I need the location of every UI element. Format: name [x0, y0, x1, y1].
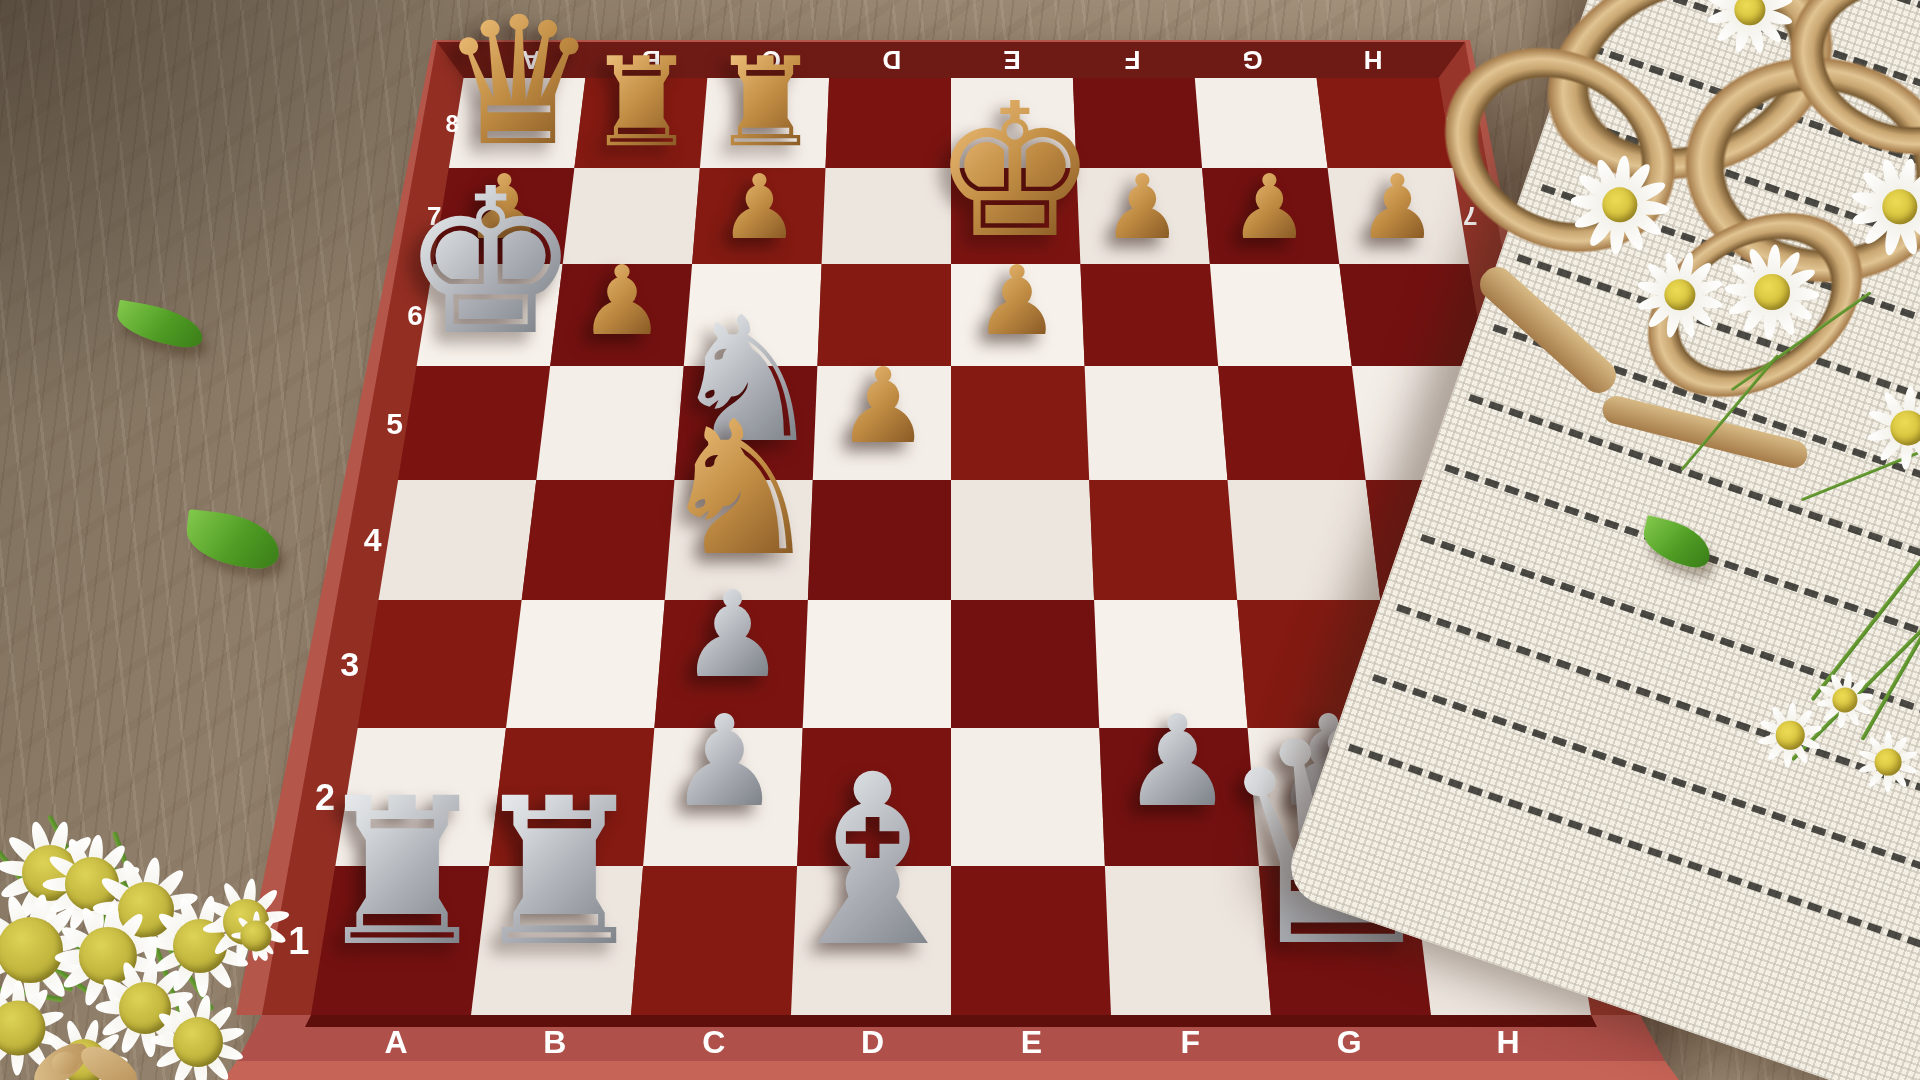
square-e5[interactable]	[951, 366, 1089, 480]
piece-white-rook-b1[interactable]: ♜	[447, 772, 671, 975]
piece-black-rook-c8[interactable]: ♜	[698, 41, 833, 164]
piece-black-pawn-c7[interactable]: ♟	[711, 163, 808, 252]
file-label-bottom-b: B	[543, 1024, 566, 1060]
piece-white-pawn-c3[interactable]: ♟	[667, 576, 798, 695]
rank-label-left-5: 5	[386, 407, 403, 440]
square-h5[interactable]	[1352, 366, 1504, 480]
rank-label-right-1: 1	[1592, 920, 1613, 962]
piece-white-bishop-d1[interactable]: ♝	[743, 744, 1002, 980]
file-label-bottom-h: H	[1496, 1024, 1519, 1060]
piece-black-pawn-d5[interactable]: ♟	[826, 354, 940, 458]
file-label-bottom-a: A	[384, 1024, 407, 1060]
rank-label-right-4: 4	[1521, 522, 1539, 558]
piece-black-king-e7[interactable]: ♚	[913, 79, 1117, 264]
square-h6[interactable]	[1339, 264, 1485, 366]
file-label-top-d: D	[882, 45, 901, 75]
piece-white-queen-g1[interactable]: ♛	[1182, 694, 1504, 987]
file-label-top-f: F	[1125, 45, 1141, 75]
rank-label-right-2: 2	[1567, 777, 1587, 818]
square-h4[interactable]	[1366, 480, 1524, 600]
rank-label-left-4: 4	[364, 522, 382, 558]
file-label-bottom-c: C	[702, 1024, 725, 1060]
board-front-edge	[305, 1015, 1597, 1027]
square-a3[interactable]	[358, 600, 522, 728]
piece-black-pawn-g7[interactable]: ♟	[1221, 163, 1318, 252]
square-f5[interactable]	[1085, 366, 1228, 480]
file-label-top-g: G	[1243, 45, 1263, 75]
piece-black-pawn-e6[interactable]: ♟	[964, 253, 1070, 349]
square-d3[interactable]	[803, 600, 951, 728]
square-e4[interactable]	[951, 480, 1094, 600]
rank-label-right-3: 3	[1543, 645, 1562, 683]
file-label-top-h: H	[1364, 45, 1383, 75]
square-e3[interactable]	[951, 600, 1099, 728]
square-g4[interactable]	[1228, 480, 1381, 600]
piece-black-pawn-f7[interactable]: ♟	[1094, 163, 1191, 252]
rank-label-right-6: 6	[1481, 300, 1497, 331]
square-g6[interactable]	[1210, 264, 1352, 366]
square-a4[interactable]	[379, 480, 537, 600]
board-front-lower	[223, 1061, 1679, 1080]
square-b3[interactable]	[506, 600, 665, 728]
file-label-bottom-g: G	[1337, 1024, 1362, 1060]
piece-black-rook-b8[interactable]: ♜	[574, 41, 709, 164]
file-label-bottom-d: D	[861, 1024, 884, 1060]
rank-label-right-5: 5	[1501, 407, 1518, 440]
piece-black-pawn-h7[interactable]: ♟	[1349, 163, 1446, 252]
rank-label-right-8: 8	[1446, 110, 1459, 137]
square-f4[interactable]	[1089, 480, 1237, 600]
piece-white-king-a6[interactable]: ♚	[380, 162, 601, 363]
file-label-bottom-e: E	[1021, 1024, 1042, 1060]
square-g5[interactable]	[1218, 366, 1366, 480]
rank-label-left-3: 3	[340, 645, 359, 683]
square-f6[interactable]	[1080, 264, 1218, 366]
piece-black-knight-c4[interactable]: ♞	[638, 397, 842, 582]
chess-game-scene: 8877665544332211AABBCCDDEEFFGGHH ♛♜♜♚♟♟♟…	[0, 0, 1920, 1080]
file-label-bottom-f: F	[1181, 1024, 1201, 1060]
rank-label-right-7: 7	[1463, 201, 1477, 231]
square-a5[interactable]	[398, 366, 550, 480]
